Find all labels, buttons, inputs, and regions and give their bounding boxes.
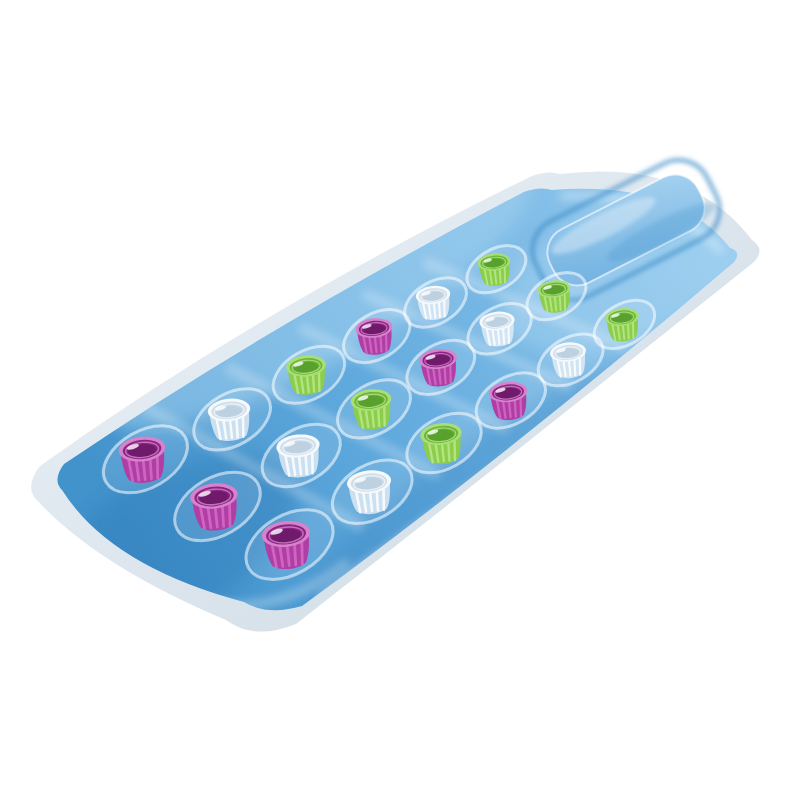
product-photo — [0, 0, 800, 800]
pool-float-illustration — [0, 0, 800, 800]
